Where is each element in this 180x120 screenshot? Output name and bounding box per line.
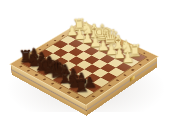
brass-latch-icon	[130, 75, 135, 82]
chess-set-photo: ♜♞♝♚♛♝♞♜♟♟♟♟♟♟♟♟♟♟♟♟♟♟♟♟♜♞♝♚♛♝♞♜	[0, 0, 180, 120]
chess-board-box: ♜♞♝♚♛♝♞♜♟♟♟♟♟♟♟♟♟♟♟♟♟♟♟♟♜♞♝♚♛♝♞♜	[9, 21, 159, 106]
chess-piece-white-pawn: ♟	[110, 49, 146, 65]
chess-piece-black-rook: ♜	[63, 77, 101, 96]
